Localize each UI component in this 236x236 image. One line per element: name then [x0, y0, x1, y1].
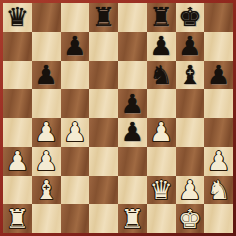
piece-black-queen-a8[interactable]: ♛ — [6, 3, 29, 31]
square-f2[interactable]: ♛ — [147, 176, 176, 205]
piece-black-pawn-h6[interactable]: ♟ — [207, 61, 230, 89]
square-b2[interactable]: ♝ — [32, 176, 61, 205]
square-b1[interactable] — [32, 204, 61, 233]
square-h7[interactable] — [204, 32, 233, 61]
square-g2[interactable]: ♟ — [176, 176, 205, 205]
square-f5[interactable] — [147, 89, 176, 118]
piece-white-knight-h2[interactable]: ♞ — [207, 176, 230, 204]
square-e2[interactable] — [118, 176, 147, 205]
square-f1[interactable] — [147, 204, 176, 233]
board-frame: ♛♜♜♚♟♟♟♟♞♝♟♟♟♟♟♟♟♟♟♝♛♟♞♜♜♚ — [0, 0, 236, 236]
square-b8[interactable] — [32, 3, 61, 32]
piece-black-king-g8[interactable]: ♚ — [178, 3, 201, 31]
square-b5[interactable] — [32, 89, 61, 118]
square-d6[interactable] — [89, 61, 118, 90]
piece-black-rook-d8[interactable]: ♜ — [92, 3, 115, 31]
piece-black-pawn-e5[interactable]: ♟ — [121, 90, 144, 118]
square-e1[interactable]: ♜ — [118, 204, 147, 233]
piece-black-knight-f6[interactable]: ♞ — [149, 61, 172, 89]
square-e4[interactable]: ♟ — [118, 118, 147, 147]
piece-black-pawn-f7[interactable]: ♟ — [149, 32, 172, 60]
square-a6[interactable] — [3, 61, 32, 90]
square-e3[interactable] — [118, 147, 147, 176]
piece-black-bishop-g6[interactable]: ♝ — [178, 61, 201, 89]
square-g8[interactable]: ♚ — [176, 3, 205, 32]
square-g6[interactable]: ♝ — [176, 61, 205, 90]
square-a5[interactable] — [3, 89, 32, 118]
square-a8[interactable]: ♛ — [3, 3, 32, 32]
square-f6[interactable]: ♞ — [147, 61, 176, 90]
square-e7[interactable] — [118, 32, 147, 61]
square-g4[interactable] — [176, 118, 205, 147]
square-e8[interactable] — [118, 3, 147, 32]
square-c4[interactable]: ♟ — [61, 118, 90, 147]
piece-white-rook-e1[interactable]: ♜ — [121, 205, 144, 233]
square-d5[interactable] — [89, 89, 118, 118]
square-e5[interactable]: ♟ — [118, 89, 147, 118]
square-f7[interactable]: ♟ — [147, 32, 176, 61]
square-h4[interactable] — [204, 118, 233, 147]
square-h5[interactable] — [204, 89, 233, 118]
square-c2[interactable] — [61, 176, 90, 205]
square-c3[interactable] — [61, 147, 90, 176]
piece-white-pawn-h3[interactable]: ♟ — [207, 147, 230, 175]
square-b3[interactable]: ♟ — [32, 147, 61, 176]
square-b4[interactable]: ♟ — [32, 118, 61, 147]
square-d4[interactable] — [89, 118, 118, 147]
piece-black-pawn-b6[interactable]: ♟ — [34, 61, 57, 89]
square-d8[interactable]: ♜ — [89, 3, 118, 32]
square-a2[interactable] — [3, 176, 32, 205]
square-b6[interactable]: ♟ — [32, 61, 61, 90]
square-a7[interactable] — [3, 32, 32, 61]
square-f4[interactable]: ♟ — [147, 118, 176, 147]
square-c5[interactable] — [61, 89, 90, 118]
square-g7[interactable]: ♟ — [176, 32, 205, 61]
square-b7[interactable] — [32, 32, 61, 61]
piece-white-king-g1[interactable]: ♚ — [178, 205, 201, 233]
piece-black-pawn-g7[interactable]: ♟ — [178, 32, 201, 60]
square-h6[interactable]: ♟ — [204, 61, 233, 90]
piece-black-pawn-c7[interactable]: ♟ — [63, 32, 86, 60]
square-c6[interactable] — [61, 61, 90, 90]
square-a3[interactable]: ♟ — [3, 147, 32, 176]
piece-black-pawn-e4[interactable]: ♟ — [121, 118, 144, 146]
piece-white-pawn-a3[interactable]: ♟ — [6, 147, 29, 175]
piece-white-pawn-f4[interactable]: ♟ — [149, 118, 172, 146]
square-g3[interactable] — [176, 147, 205, 176]
piece-black-rook-f8[interactable]: ♜ — [149, 3, 172, 31]
square-a1[interactable]: ♜ — [3, 204, 32, 233]
piece-white-queen-f2[interactable]: ♛ — [149, 176, 172, 204]
piece-white-bishop-b2[interactable]: ♝ — [34, 176, 57, 204]
piece-white-pawn-g2[interactable]: ♟ — [178, 176, 201, 204]
square-c1[interactable] — [61, 204, 90, 233]
square-e6[interactable] — [118, 61, 147, 90]
square-g1[interactable]: ♚ — [176, 204, 205, 233]
square-c8[interactable] — [61, 3, 90, 32]
piece-white-pawn-b3[interactable]: ♟ — [34, 147, 57, 175]
chess-board: ♛♜♜♚♟♟♟♟♞♝♟♟♟♟♟♟♟♟♟♝♛♟♞♜♜♚ — [3, 3, 233, 233]
square-d7[interactable] — [89, 32, 118, 61]
square-d2[interactable] — [89, 176, 118, 205]
square-h1[interactable] — [204, 204, 233, 233]
square-d3[interactable] — [89, 147, 118, 176]
square-a4[interactable] — [3, 118, 32, 147]
piece-white-pawn-c4[interactable]: ♟ — [63, 118, 86, 146]
square-h2[interactable]: ♞ — [204, 176, 233, 205]
square-f3[interactable] — [147, 147, 176, 176]
square-g5[interactable] — [176, 89, 205, 118]
piece-white-rook-a1[interactable]: ♜ — [6, 205, 29, 233]
square-d1[interactable] — [89, 204, 118, 233]
square-h8[interactable] — [204, 3, 233, 32]
square-h3[interactable]: ♟ — [204, 147, 233, 176]
square-f8[interactable]: ♜ — [147, 3, 176, 32]
piece-white-pawn-b4[interactable]: ♟ — [34, 118, 57, 146]
square-c7[interactable]: ♟ — [61, 32, 90, 61]
